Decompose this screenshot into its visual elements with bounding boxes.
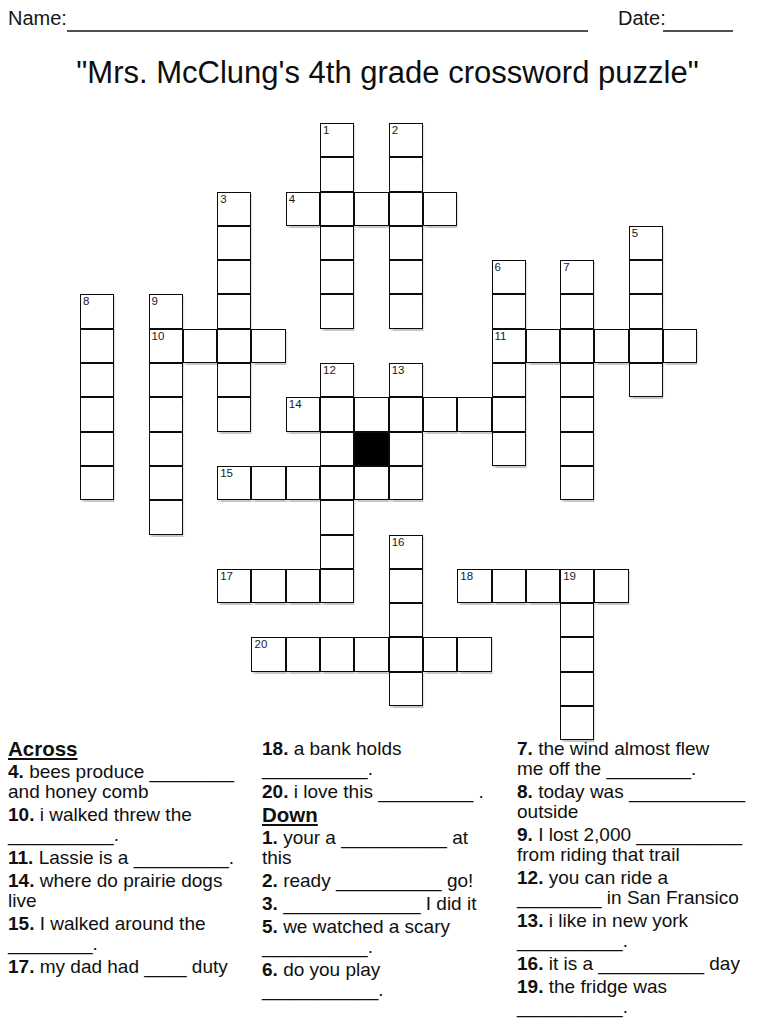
- grid-cell[interactable]: [492, 397, 526, 431]
- grid-cell[interactable]: [560, 466, 594, 500]
- grid-cell[interactable]: [320, 397, 354, 431]
- clue-9: 9. I lost 2,000 __________from riding th…: [517, 825, 773, 865]
- grid-cell[interactable]: [560, 603, 594, 637]
- cell-number: 9: [152, 295, 158, 308]
- date-label: Date:: [618, 7, 666, 30]
- down-heading: Down: [262, 805, 514, 825]
- grid-cell[interactable]: [80, 329, 114, 363]
- clue-number-label: 12.: [517, 867, 549, 888]
- clue-column-1: Across4. bees produce ________and honey …: [8, 739, 260, 980]
- grid-cell[interactable]: 3: [217, 192, 251, 226]
- cell-number: 10: [152, 330, 165, 343]
- grid-cell[interactable]: [389, 432, 423, 466]
- grid-cell[interactable]: [560, 637, 594, 671]
- grid-cell[interactable]: [629, 260, 663, 294]
- clue-number-label: 18.: [262, 738, 294, 759]
- grid-cell[interactable]: [149, 397, 183, 431]
- grid-cell[interactable]: [560, 672, 594, 706]
- clue-2: 2. ready __________ go!: [262, 871, 514, 891]
- cell-number: 4: [289, 193, 295, 206]
- grid-cell[interactable]: [251, 569, 285, 603]
- grid-cell[interactable]: 9: [149, 294, 183, 328]
- clue-number-label: 10.: [8, 804, 40, 825]
- clue-column-2: 18. a bank holds__________.20. i love th…: [262, 739, 514, 1003]
- grid-cell[interactable]: [320, 226, 354, 260]
- grid-cell[interactable]: [526, 569, 560, 603]
- grid-cell[interactable]: [320, 535, 354, 569]
- grid-cell[interactable]: 18: [457, 569, 491, 603]
- clue-15: 15. I walked around the________.: [8, 914, 260, 954]
- grid-cell[interactable]: [629, 329, 663, 363]
- clue-number-label: 5.: [262, 916, 283, 937]
- grid-cell[interactable]: [560, 432, 594, 466]
- clue-7: 7. the wind almost flewme off the ______…: [517, 739, 773, 779]
- name-field[interactable]: [67, 8, 588, 32]
- cell-number: 19: [563, 570, 576, 583]
- grid-cell[interactable]: [183, 329, 217, 363]
- grid-cell[interactable]: 10: [149, 329, 183, 363]
- grid-cell[interactable]: [389, 294, 423, 328]
- grid-cell[interactable]: 17: [217, 569, 251, 603]
- cell-number: 14: [289, 398, 302, 411]
- page-title: "Mrs. McClung's 4th grade crossword puzz…: [0, 55, 775, 91]
- clue-1: 1. your a __________ atthis: [262, 828, 514, 868]
- grid-cell[interactable]: [423, 192, 457, 226]
- grid-cell[interactable]: [492, 363, 526, 397]
- clue-number-label: 20.: [262, 781, 294, 802]
- cell-number: 1: [323, 124, 329, 137]
- clue-11: 11. Lassie is a _________.: [8, 848, 260, 868]
- clue-16: 16. it is a __________ day: [517, 954, 773, 974]
- grid-cell[interactable]: [389, 397, 423, 431]
- cell-number: 13: [392, 364, 405, 377]
- grid-cell[interactable]: 16: [389, 535, 423, 569]
- clue-14: 14. where do prairie dogslive: [8, 871, 260, 911]
- grid-cell[interactable]: [492, 294, 526, 328]
- grid-cell[interactable]: [320, 157, 354, 191]
- grid-cell[interactable]: [320, 569, 354, 603]
- clue-5: 5. we watched a scary__________.: [262, 917, 514, 957]
- worksheet-page: Name: Date: "Mrs. McClung's 4th grade cr…: [0, 0, 775, 1028]
- grid-cell[interactable]: [629, 294, 663, 328]
- grid-cell[interactable]: 19: [560, 569, 594, 603]
- grid-cell[interactable]: 14: [286, 397, 320, 431]
- grid-cell[interactable]: [457, 397, 491, 431]
- grid-cell[interactable]: [594, 329, 628, 363]
- grid-cell[interactable]: [354, 637, 388, 671]
- date-field[interactable]: [663, 8, 733, 32]
- clue-17: 17. my dad had ____ duty: [8, 957, 260, 977]
- cell-number: 5: [632, 227, 638, 240]
- grid-cell[interactable]: [457, 637, 491, 671]
- cell-number: 15: [220, 467, 233, 480]
- clue-number-label: 2.: [262, 870, 283, 891]
- grid-cell[interactable]: 4: [286, 192, 320, 226]
- blocked-cell: [354, 432, 388, 466]
- grid-cell[interactable]: [80, 466, 114, 500]
- grid-cell[interactable]: [80, 397, 114, 431]
- grid-cell[interactable]: 8: [80, 294, 114, 328]
- cell-number: 6: [495, 261, 501, 274]
- grid-cell[interactable]: 5: [629, 226, 663, 260]
- clue-number-label: 1.: [262, 827, 283, 848]
- grid-cell[interactable]: [320, 260, 354, 294]
- grid-cell[interactable]: [286, 466, 320, 500]
- grid-cell[interactable]: 13: [389, 363, 423, 397]
- clue-number-label: 4.: [8, 761, 29, 782]
- grid-cell[interactable]: [389, 260, 423, 294]
- clue-number-label: 15.: [8, 913, 40, 934]
- clue-number-label: 6.: [262, 959, 283, 980]
- grid-cell[interactable]: [80, 363, 114, 397]
- clue-column-3: 7. the wind almost flewme off the ______…: [517, 739, 773, 1020]
- grid-cell[interactable]: [251, 329, 285, 363]
- grid-cell[interactable]: [320, 432, 354, 466]
- grid-cell[interactable]: [286, 569, 320, 603]
- grid-cell[interactable]: [389, 157, 423, 191]
- grid-cell[interactable]: [320, 192, 354, 226]
- grid-cell[interactable]: [149, 466, 183, 500]
- clue-13: 13. i like in new york__________.: [517, 911, 773, 951]
- grid-cell[interactable]: 6: [492, 260, 526, 294]
- grid-cell[interactable]: [389, 603, 423, 637]
- grid-cell[interactable]: [217, 226, 251, 260]
- grid-cell[interactable]: [354, 192, 388, 226]
- cell-number: 8: [83, 295, 89, 308]
- grid-cell[interactable]: 11: [492, 329, 526, 363]
- grid-cell[interactable]: [389, 637, 423, 671]
- clue-4: 4. bees produce ________and honey comb: [8, 762, 260, 802]
- grid-cell[interactable]: [354, 397, 388, 431]
- grid-cell[interactable]: [217, 329, 251, 363]
- grid-cell[interactable]: [560, 363, 594, 397]
- grid-cell[interactable]: [663, 329, 697, 363]
- grid-cell[interactable]: [526, 329, 560, 363]
- grid-cell[interactable]: [320, 294, 354, 328]
- grid-cell[interactable]: [320, 637, 354, 671]
- grid-cell[interactable]: [80, 432, 114, 466]
- grid-cell[interactable]: [251, 466, 285, 500]
- cell-number: 3: [220, 193, 226, 206]
- clue-number-label: 16.: [517, 953, 549, 974]
- grid-cell[interactable]: [389, 466, 423, 500]
- cell-number: 17: [220, 570, 233, 583]
- crossword-grid: 1234567891011121314151617181920: [80, 123, 697, 740]
- clue-3: 3. _____________ I did it: [262, 894, 514, 914]
- name-label: Name:: [8, 7, 67, 30]
- clue-number-label: 14.: [8, 870, 40, 891]
- clue-12: 12. you can ride a________ in San Fransi…: [517, 868, 773, 908]
- clue-number-label: 11.: [8, 847, 39, 868]
- clue-19: 19. the fridge was__________.: [517, 977, 773, 1017]
- clue-number-label: 17.: [8, 956, 40, 977]
- cell-number: 20: [254, 638, 267, 651]
- grid-cell[interactable]: [149, 500, 183, 534]
- grid-cell[interactable]: 1: [320, 123, 354, 157]
- grid-cell[interactable]: 12: [320, 363, 354, 397]
- grid-cell[interactable]: [492, 432, 526, 466]
- clue-number-label: 13.: [517, 910, 549, 931]
- grid-cell[interactable]: [560, 397, 594, 431]
- clue-10: 10. i walked threw the__________.: [8, 805, 260, 845]
- clue-number-label: 7.: [517, 738, 538, 759]
- grid-cell[interactable]: [286, 637, 320, 671]
- grid-cell[interactable]: [217, 260, 251, 294]
- clue-18: 18. a bank holds__________.: [262, 739, 514, 779]
- grid-cell[interactable]: [423, 637, 457, 671]
- grid-cell[interactable]: [560, 706, 594, 740]
- grid-cell[interactable]: [594, 569, 628, 603]
- grid-cell[interactable]: [320, 466, 354, 500]
- grid-cell[interactable]: [560, 294, 594, 328]
- grid-cell[interactable]: 15: [217, 466, 251, 500]
- cell-number: 2: [392, 124, 398, 137]
- grid-cell[interactable]: [217, 363, 251, 397]
- grid-cell[interactable]: 20: [251, 637, 285, 671]
- grid-cell[interactable]: 7: [560, 260, 594, 294]
- cell-number: 18: [460, 570, 473, 583]
- grid-cell[interactable]: [320, 500, 354, 534]
- grid-cell[interactable]: [217, 294, 251, 328]
- across-heading: Across: [8, 739, 260, 759]
- grid-cell[interactable]: [423, 397, 457, 431]
- grid-cell[interactable]: [217, 397, 251, 431]
- clue-6: 6. do you play___________.: [262, 960, 514, 1000]
- clue-number-label: 9.: [517, 824, 538, 845]
- grid-cell[interactable]: 2: [389, 123, 423, 157]
- clue-8: 8. today was ___________outside: [517, 782, 773, 822]
- clue-number-label: 19.: [517, 976, 549, 997]
- cell-number: 11: [495, 330, 507, 343]
- cell-number: 16: [392, 536, 405, 549]
- grid-cell[interactable]: [149, 432, 183, 466]
- clue-number-label: 8.: [517, 781, 538, 802]
- grid-cell[interactable]: [149, 363, 183, 397]
- grid-cell[interactable]: [389, 569, 423, 603]
- clue-20: 20. i love this _________ .: [262, 782, 514, 802]
- grid-cell[interactable]: [492, 569, 526, 603]
- clue-number-label: 3.: [262, 893, 283, 914]
- grid-cell[interactable]: [389, 226, 423, 260]
- grid-cell[interactable]: [389, 192, 423, 226]
- cell-number: 12: [323, 364, 336, 377]
- grid-cell[interactable]: [389, 672, 423, 706]
- grid-cell[interactable]: [354, 466, 388, 500]
- grid-cell[interactable]: [629, 363, 663, 397]
- grid-cell[interactable]: [560, 329, 594, 363]
- cell-number: 7: [563, 261, 569, 274]
